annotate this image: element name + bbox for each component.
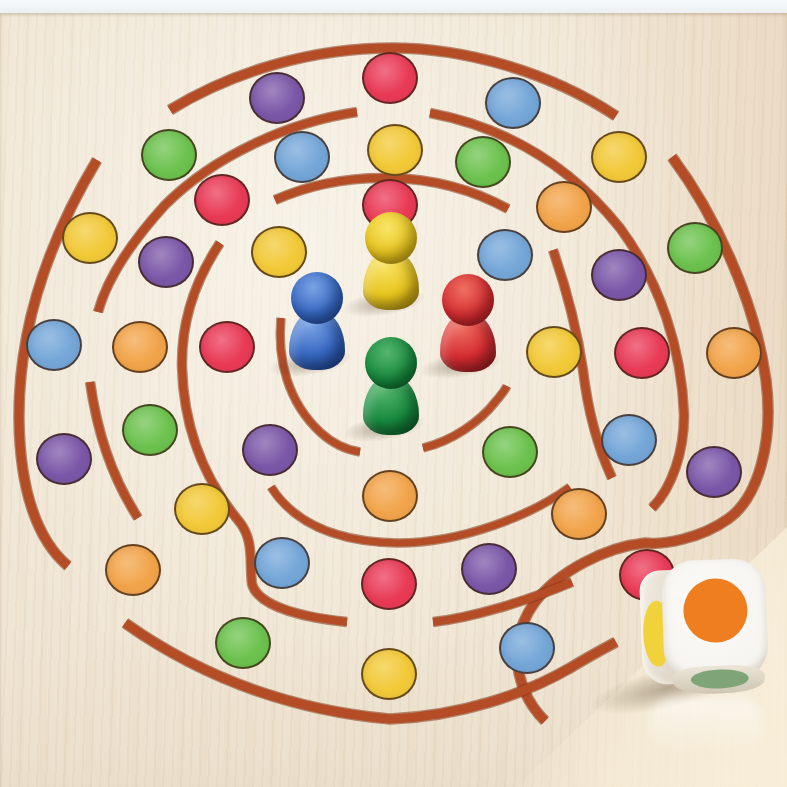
die-dot-orange bbox=[682, 577, 748, 643]
dot-field-red-8[interactable] bbox=[194, 174, 250, 226]
dot-field-red-21[interactable] bbox=[614, 327, 670, 379]
dot-field-purple-1[interactable] bbox=[249, 72, 305, 124]
pawn-head bbox=[442, 274, 494, 326]
die-face-top bbox=[661, 558, 769, 682]
dot-field-green-24[interactable] bbox=[122, 404, 178, 456]
dot-field-purple-34[interactable] bbox=[461, 543, 517, 595]
dot-field-yellow-29[interactable] bbox=[174, 483, 230, 535]
dot-field-red-19[interactable] bbox=[199, 321, 255, 373]
dot-field-yellow-39[interactable] bbox=[361, 648, 417, 700]
dot-field-orange-31[interactable] bbox=[551, 488, 607, 540]
dot-field-red-36[interactable] bbox=[361, 558, 417, 610]
dot-field-blue-27[interactable] bbox=[601, 414, 657, 466]
die-face-front bbox=[672, 664, 765, 695]
dot-field-yellow-13[interactable] bbox=[251, 226, 307, 278]
dot-field-green-37[interactable] bbox=[215, 617, 271, 669]
dot-field-orange-9[interactable] bbox=[536, 181, 592, 233]
pawn-red[interactable] bbox=[438, 274, 498, 372]
dot-field-blue-38[interactable] bbox=[499, 622, 555, 674]
die-reflection bbox=[650, 698, 762, 754]
dot-field-purple-15[interactable] bbox=[591, 249, 647, 301]
game-photo bbox=[0, 0, 787, 787]
dot-field-orange-18[interactable] bbox=[112, 321, 168, 373]
pawn-head bbox=[365, 337, 417, 389]
pawn-green[interactable] bbox=[361, 337, 421, 435]
dot-field-purple-12[interactable] bbox=[138, 236, 194, 288]
color-die[interactable] bbox=[639, 558, 770, 696]
pawn-yellow[interactable] bbox=[361, 212, 421, 310]
pawn-head bbox=[365, 212, 417, 264]
dot-field-orange-32[interactable] bbox=[105, 544, 161, 596]
dot-field-green-16[interactable] bbox=[667, 222, 723, 274]
dot-field-orange-22[interactable] bbox=[706, 327, 762, 379]
dot-field-green-6[interactable] bbox=[455, 136, 511, 188]
dot-field-purple-23[interactable] bbox=[36, 433, 92, 485]
die-dot-green bbox=[691, 668, 750, 689]
dot-field-blue-4[interactable] bbox=[274, 131, 330, 183]
dot-field-blue-17[interactable] bbox=[26, 319, 82, 371]
dot-field-green-3[interactable] bbox=[141, 129, 197, 181]
pawn-head bbox=[291, 272, 343, 324]
dot-field-blue-2[interactable] bbox=[485, 77, 541, 129]
track-arc-ring4-south bbox=[271, 487, 570, 543]
dot-field-yellow-11[interactable] bbox=[62, 212, 118, 264]
dot-field-orange-30[interactable] bbox=[362, 470, 418, 522]
dot-field-yellow-20[interactable] bbox=[526, 326, 582, 378]
dot-field-blue-33[interactable] bbox=[254, 537, 310, 589]
pawn-blue[interactable] bbox=[287, 272, 347, 370]
dot-field-yellow-7[interactable] bbox=[591, 131, 647, 183]
dot-field-purple-25[interactable] bbox=[242, 424, 298, 476]
dot-field-purple-28[interactable] bbox=[686, 446, 742, 498]
dot-field-green-26[interactable] bbox=[482, 426, 538, 478]
dot-field-red-0[interactable] bbox=[362, 52, 418, 104]
dot-field-yellow-5[interactable] bbox=[367, 124, 423, 176]
